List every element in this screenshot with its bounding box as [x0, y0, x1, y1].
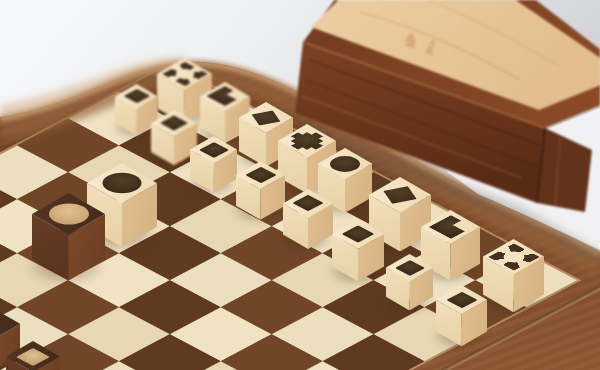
- product-photo-scene: ♞♝ Product photo: maple and sheesham cub…: [0, 0, 600, 370]
- piece-light-pawn[interactable]: [436, 285, 487, 346]
- piece-light-rook[interactable]: [483, 239, 544, 312]
- piece-light-pawn[interactable]: [236, 161, 285, 220]
- piece-light-pawn[interactable]: [190, 136, 237, 192]
- chess-pieces-layer: [0, 0, 600, 370]
